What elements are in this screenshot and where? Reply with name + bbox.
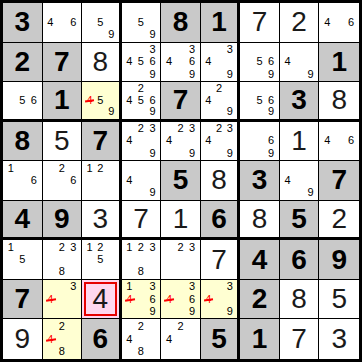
cell-r2c9[interactable]: 1 (319, 43, 359, 83)
candidate-grid: 34 (45, 281, 80, 318)
cell-r2c3[interactable]: 8 (82, 43, 122, 83)
candidate-grid: 569 (242, 44, 277, 81)
cell-r4c2[interactable]: 5 (43, 122, 83, 162)
candidate-2: 2 (214, 123, 225, 135)
cell-value: 7 (133, 205, 149, 233)
candidate-9: 9 (147, 106, 159, 118)
cell-r5c3[interactable]: 12 (82, 161, 122, 201)
cell-r2c4[interactable]: 34569 (122, 43, 162, 83)
cell-value: 9 (14, 325, 30, 353)
candidate-8: 8 (56, 266, 68, 278)
cell-r8c7[interactable]: 2 (240, 280, 280, 320)
candidate-grid: 49 (282, 162, 317, 199)
candidate-4: 4 (124, 174, 136, 186)
cell-value: 3 (252, 166, 268, 194)
candidate-6: 6 (28, 95, 40, 107)
candidate-9: 9 (186, 68, 198, 80)
candidate-grid: 2349 (203, 123, 236, 160)
candidate-6: 6 (186, 56, 198, 68)
cell-value: 8 (252, 205, 268, 233)
cell-r9c2[interactable]: 248 (43, 319, 83, 359)
candidate-grid: 248 (124, 320, 159, 358)
candidate-2: 2 (135, 123, 147, 135)
candidate-2: 2 (56, 241, 68, 253)
cell-r4c4[interactable]: 2349 (122, 122, 162, 162)
cell-r7c7[interactable]: 4 (240, 240, 280, 280)
cell-r1c9[interactable]: 46 (319, 3, 359, 43)
cell-value: 1 (211, 8, 227, 36)
cell-value: 4 (93, 285, 109, 313)
cell-r3c1[interactable]: 56 (3, 82, 43, 122)
candidate-3: 3 (68, 281, 80, 293)
cell-value: 8 (14, 127, 30, 155)
cell-value: 8 (211, 166, 227, 194)
cell-r6c7[interactable]: 8 (240, 201, 280, 241)
cell-r1c4[interactable]: 59 (122, 3, 162, 43)
cell-r2c5[interactable]: 3469 (161, 43, 201, 83)
candidate-3: 3 (224, 44, 235, 56)
cell-r3c4[interactable]: 24569 (122, 82, 162, 122)
cell-r4c9[interactable]: 46 (319, 122, 359, 162)
candidate-grid: 24569 (124, 83, 159, 118)
candidate-9: 9 (147, 187, 159, 199)
candidate-1: 1 (84, 241, 95, 253)
cell-r9c1[interactable]: 9 (3, 319, 43, 359)
cell-r3c5[interactable]: 7 (161, 82, 201, 122)
candidate-3: 3 (147, 44, 159, 56)
candidate-8: 8 (135, 345, 147, 358)
struck-candidate-4: 4 (124, 293, 136, 305)
candidate-3: 3 (147, 241, 159, 253)
cell-r8c1[interactable]: 7 (3, 280, 43, 320)
candidate-4: 4 (203, 56, 214, 68)
cell-r3c2[interactable]: 1 (43, 82, 83, 122)
candidate-2: 2 (56, 162, 68, 174)
cell-r5c4[interactable]: 49 (122, 161, 162, 201)
candidate-4: 4 (203, 95, 214, 107)
cell-r5c2[interactable]: 26 (43, 161, 83, 201)
candidate-1: 1 (124, 241, 136, 253)
candidate-2: 2 (175, 320, 187, 333)
cell-r1c6[interactable]: 1 (201, 3, 241, 43)
cell-r4c6[interactable]: 2349 (201, 122, 241, 162)
candidate-2: 2 (175, 241, 187, 253)
candidate-2: 2 (135, 83, 147, 95)
cell-value: 8 (93, 48, 109, 76)
candidate-6: 6 (265, 135, 277, 147)
cell-r1c3[interactable]: 59 (82, 3, 122, 43)
cell-value: 3 (93, 205, 109, 233)
candidate-6: 6 (345, 16, 357, 28)
cell-value: 5 (54, 127, 70, 155)
candidate-9: 9 (224, 106, 235, 118)
candidate-grid: 1238 (124, 241, 159, 278)
candidate-6: 6 (28, 174, 40, 186)
cell-value: 5 (211, 325, 227, 353)
candidate-3: 3 (68, 241, 80, 253)
cell-value: 7 (331, 166, 347, 194)
cell-value: 7 (291, 325, 307, 353)
candidate-1: 1 (5, 162, 17, 174)
cell-r7c6[interactable]: 7 (201, 240, 241, 280)
cell-r4c8[interactable]: 1 (280, 122, 320, 162)
cell-value: 1 (252, 325, 268, 353)
cell-r6c2[interactable]: 9 (43, 201, 83, 241)
candidate-grid: 46 (321, 4, 357, 41)
cell-value: 1 (173, 205, 189, 233)
candidate-9: 9 (224, 147, 235, 159)
candidate-4: 4 (124, 56, 136, 68)
cell-value: 5 (173, 166, 189, 194)
cell-r8c4[interactable]: 13469 (122, 280, 162, 320)
candidate-grid: 59 (124, 4, 159, 41)
candidate-2: 2 (56, 320, 68, 333)
cell-value: 7 (14, 285, 30, 313)
cell-r6c6[interactable]: 6 (201, 201, 241, 241)
candidate-6: 6 (147, 293, 159, 305)
candidate-grid: 238 (45, 241, 80, 278)
candidate-2: 2 (135, 241, 147, 253)
candidate-4: 4 (163, 333, 175, 346)
cell-r4c5[interactable]: 2349 (161, 122, 201, 162)
cell-r1c8[interactable]: 2 (280, 3, 320, 43)
cell-r6c9[interactable]: 2 (319, 201, 359, 241)
cell-r3c3[interactable]: 459 (82, 82, 122, 122)
cell-r6c1[interactable]: 4 (3, 201, 43, 241)
cell-r9c3[interactable]: 6 (82, 319, 122, 359)
cell-r5c9[interactable]: 7 (319, 161, 359, 201)
struck-candidate-4: 4 (84, 95, 95, 107)
cell-r2c1[interactable]: 2 (3, 43, 43, 83)
candidate-5: 5 (95, 254, 106, 266)
candidate-5: 5 (135, 95, 147, 107)
candidate-3: 3 (186, 281, 198, 293)
cell-r3c8[interactable]: 3 (280, 82, 320, 122)
candidate-4: 4 (321, 135, 333, 147)
cell-value: 2 (291, 8, 307, 36)
cell-r7c4[interactable]: 1238 (122, 240, 162, 280)
candidate-4: 4 (163, 135, 175, 147)
candidate-9: 9 (106, 106, 117, 118)
cell-r9c6[interactable]: 5 (201, 319, 241, 359)
struck-candidate-4: 4 (45, 333, 57, 346)
cell-r4c3[interactable]: 7 (82, 122, 122, 162)
candidate-9: 9 (147, 28, 159, 40)
candidate-grid: 24 (163, 320, 198, 358)
candidate-grid: 2349 (163, 123, 198, 160)
cell-value: 4 (252, 246, 268, 274)
candidate-8: 8 (56, 345, 68, 358)
cell-r6c4[interactable]: 7 (122, 201, 162, 241)
cell-value: 7 (173, 86, 189, 114)
candidate-4: 4 (124, 333, 136, 346)
candidate-grid: 248 (45, 320, 80, 358)
candidate-grid: 23 (163, 241, 198, 278)
cell-value: 1 (291, 127, 307, 155)
cell-r8c8[interactable]: 8 (280, 280, 320, 320)
candidate-grid: 34569 (124, 44, 159, 81)
candidate-grid: 46 (45, 4, 80, 41)
candidate-2: 2 (214, 83, 225, 95)
candidate-9: 9 (224, 305, 235, 317)
candidate-9: 9 (265, 106, 277, 118)
cell-r8c3[interactable]: 4 (82, 280, 122, 320)
cell-r1c7[interactable]: 7 (240, 3, 280, 43)
sudoku-board: 3465959817246278345693469349569491561459… (0, 0, 362, 362)
cell-r6c8[interactable]: 5 (280, 201, 320, 241)
cell-value: 8 (173, 8, 189, 36)
candidate-1: 1 (124, 281, 136, 293)
candidate-9: 9 (147, 305, 159, 317)
candidate-4: 4 (282, 56, 294, 68)
cell-r5c6[interactable]: 8 (201, 161, 241, 201)
candidate-3: 3 (147, 123, 159, 135)
cell-value: 7 (93, 127, 109, 155)
candidate-9: 9 (147, 147, 159, 159)
candidate-2: 2 (95, 162, 106, 174)
candidate-4: 4 (203, 135, 214, 147)
cell-value: 8 (291, 285, 307, 313)
cell-r5c5[interactable]: 5 (161, 161, 201, 201)
cell-value: 6 (211, 205, 227, 233)
cell-r9c5[interactable]: 24 (161, 319, 201, 359)
candidate-grid: 569 (242, 83, 277, 118)
candidate-grid: 12 (84, 162, 117, 199)
cell-r8c9[interactable]: 5 (319, 280, 359, 320)
candidate-grid: 13469 (124, 281, 159, 318)
candidate-grid: 46 (321, 123, 357, 160)
cell-value: 3 (291, 86, 307, 114)
cell-value: 3 (331, 325, 347, 353)
candidate-grid: 26 (45, 162, 80, 199)
cell-r7c5[interactable]: 23 (161, 240, 201, 280)
struck-candidate-4: 4 (45, 293, 57, 305)
cell-r6c3[interactable]: 3 (82, 201, 122, 241)
candidate-2: 2 (135, 320, 147, 333)
candidate-3: 3 (224, 281, 235, 293)
cell-value: 6 (93, 325, 109, 353)
candidate-grid: 15 (5, 241, 40, 278)
candidate-9: 9 (147, 68, 159, 80)
cell-value: 7 (252, 8, 268, 36)
cell-value: 9 (331, 246, 347, 274)
candidate-grid: 56 (5, 83, 40, 118)
cell-value: 8 (331, 86, 347, 114)
cell-r9c4[interactable]: 248 (122, 319, 162, 359)
candidate-5: 5 (95, 95, 106, 107)
candidate-6: 6 (68, 16, 80, 28)
candidate-6: 6 (265, 56, 277, 68)
cell-value: 4 (14, 205, 30, 233)
cell-value: 5 (331, 285, 347, 313)
cell-r5c7[interactable]: 3 (240, 161, 280, 201)
candidate-3: 3 (224, 123, 235, 135)
cell-r3c7[interactable]: 569 (240, 82, 280, 122)
cell-r9c8[interactable]: 7 (280, 319, 320, 359)
cell-r7c3[interactable]: 125 (82, 240, 122, 280)
cell-r8c2[interactable]: 34 (43, 280, 83, 320)
candidate-6: 6 (147, 56, 159, 68)
candidate-5: 5 (254, 95, 266, 107)
cell-r6c5[interactable]: 1 (161, 201, 201, 241)
candidate-9: 9 (265, 68, 277, 80)
candidate-grid: 459 (84, 83, 117, 118)
cell-r1c1[interactable]: 3 (3, 3, 43, 43)
candidate-2: 2 (95, 241, 106, 253)
candidate-grid: 49 (124, 162, 159, 199)
candidate-1: 1 (84, 162, 95, 174)
candidate-9: 9 (186, 305, 198, 317)
cell-value: 5 (291, 205, 307, 233)
candidate-grid: 349 (203, 44, 236, 81)
candidate-5: 5 (254, 56, 266, 68)
cell-value: 2 (331, 205, 347, 233)
candidate-grid: 59 (84, 4, 117, 41)
candidate-1: 1 (5, 241, 17, 253)
cell-r3c9[interactable]: 8 (319, 82, 359, 122)
candidate-6: 6 (68, 174, 80, 186)
cell-value: 1 (331, 48, 347, 76)
candidate-9: 9 (305, 68, 317, 80)
cell-value: 7 (54, 48, 70, 76)
candidate-4: 4 (45, 16, 57, 28)
cell-value: 1 (54, 86, 70, 114)
candidate-2: 2 (175, 123, 187, 135)
cell-r3c6[interactable]: 249 (201, 82, 241, 122)
cell-r8c6[interactable]: 349 (201, 280, 241, 320)
cell-r9c7[interactable]: 1 (240, 319, 280, 359)
cell-r2c2[interactable]: 7 (43, 43, 83, 83)
candidate-grid: 49 (282, 44, 317, 81)
cell-r7c9[interactable]: 9 (319, 240, 359, 280)
candidate-8: 8 (135, 266, 147, 278)
candidate-4: 4 (282, 174, 294, 186)
candidate-4: 4 (124, 95, 136, 107)
candidate-grid: 69 (242, 123, 277, 160)
cell-r7c1[interactable]: 15 (3, 240, 43, 280)
candidate-6: 6 (345, 135, 357, 147)
candidate-9: 9 (186, 147, 198, 159)
candidate-3: 3 (186, 123, 198, 135)
cell-value: 7 (211, 246, 227, 274)
candidate-5: 5 (17, 95, 29, 107)
cell-r2c7[interactable]: 569 (240, 43, 280, 83)
candidate-6: 6 (186, 293, 198, 305)
candidate-grid: 3469 (163, 281, 198, 318)
cell-value: 6 (291, 246, 307, 274)
candidate-5: 5 (135, 56, 147, 68)
cell-r7c2[interactable]: 238 (43, 240, 83, 280)
cell-r5c1[interactable]: 16 (3, 161, 43, 201)
candidate-4: 4 (321, 16, 333, 28)
cell-r4c1[interactable]: 8 (3, 122, 43, 162)
candidate-5: 5 (95, 16, 106, 28)
candidate-grid: 3469 (163, 44, 198, 81)
cell-r7c8[interactable]: 6 (280, 240, 320, 280)
cell-r1c2[interactable]: 46 (43, 3, 83, 43)
candidate-4: 4 (163, 56, 175, 68)
candidate-3: 3 (186, 44, 198, 56)
candidate-9: 9 (305, 187, 317, 199)
candidate-9: 9 (224, 68, 235, 80)
candidate-3: 3 (186, 241, 198, 253)
struck-candidate-4: 4 (163, 293, 175, 305)
candidate-9: 9 (106, 28, 117, 40)
cell-r5c8[interactable]: 49 (280, 161, 320, 201)
cell-value: 2 (14, 48, 30, 76)
candidate-9: 9 (265, 147, 277, 159)
struck-candidate-4: 4 (203, 293, 214, 305)
candidate-5: 5 (17, 254, 29, 266)
cell-value: 2 (252, 285, 268, 313)
cell-r2c8[interactable]: 49 (280, 43, 320, 83)
cell-value: 9 (54, 205, 70, 233)
cell-r8c5[interactable]: 3469 (161, 280, 201, 320)
cell-r2c6[interactable]: 349 (201, 43, 241, 83)
candidate-grid: 249 (203, 83, 236, 118)
cell-r1c5[interactable]: 8 (161, 3, 201, 43)
candidate-grid: 16 (5, 162, 40, 199)
candidate-grid: 125 (84, 241, 117, 278)
candidate-5: 5 (135, 16, 147, 28)
cell-r9c9[interactable]: 3 (319, 319, 359, 359)
cell-value: 3 (14, 8, 30, 36)
candidate-grid: 349 (203, 281, 236, 318)
cell-r4c7[interactable]: 69 (240, 122, 280, 162)
candidate-grid: 2349 (124, 123, 159, 160)
candidate-4: 4 (124, 135, 136, 147)
candidate-3: 3 (147, 281, 159, 293)
